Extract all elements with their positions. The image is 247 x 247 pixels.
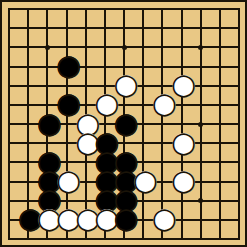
star-point (198, 198, 203, 203)
go-board[interactable]: ●○●○●○●○●○●○●○●○●○●○●○●○●○●○●○●○●○●○●○●○… (0, 0, 247, 247)
stone-outline-glyph: ○ (152, 93, 173, 114)
stone-outline-glyph: ○ (152, 208, 173, 229)
stone-outline-glyph: ○ (56, 208, 77, 229)
black-stone[interactable]: ●○ (114, 209, 135, 230)
star-point (122, 45, 127, 50)
stone-outline-glyph: ○ (75, 132, 96, 153)
black-stone[interactable]: ●○ (56, 56, 77, 77)
stone-outline-glyph: ○ (18, 208, 39, 229)
stone-outline-glyph: ○ (37, 113, 58, 134)
grid-line-vertical (142, 8, 144, 240)
white-stone[interactable]: ●○ (94, 209, 115, 230)
stone-outline-glyph: ○ (75, 208, 96, 229)
star-point (198, 45, 203, 50)
white-stone[interactable]: ●○ (152, 209, 173, 230)
stone-outline-glyph: ○ (56, 55, 77, 76)
grid-line-vertical (219, 8, 221, 240)
white-stone[interactable]: ●○ (56, 209, 77, 230)
grid-line-horizontal (8, 238, 240, 240)
star-point (45, 45, 50, 50)
grid-line-vertical (181, 8, 183, 240)
stone-outline-glyph: ○ (37, 208, 58, 229)
grid-line-vertical (238, 8, 240, 240)
white-stone[interactable]: ●○ (152, 94, 173, 115)
black-stone[interactable]: ●○ (37, 114, 58, 135)
stone-outline-glyph: ○ (171, 170, 192, 191)
screenshot-root: ●○●○●○●○●○●○●○●○●○●○●○●○●○●○●○●○●○●○●○●○… (0, 0, 247, 247)
white-stone[interactable]: ●○ (37, 209, 58, 230)
white-stone[interactable]: ●○ (75, 209, 96, 230)
white-stone[interactable]: ●○ (171, 133, 192, 154)
star-point (198, 122, 203, 127)
black-stone[interactable]: ●○ (18, 209, 39, 230)
stone-outline-glyph: ○ (114, 208, 135, 229)
stone-outline-glyph: ○ (171, 132, 192, 153)
white-stone[interactable]: ●○ (171, 171, 192, 192)
white-stone[interactable]: ●○ (75, 133, 96, 154)
stone-outline-glyph: ○ (94, 208, 115, 229)
